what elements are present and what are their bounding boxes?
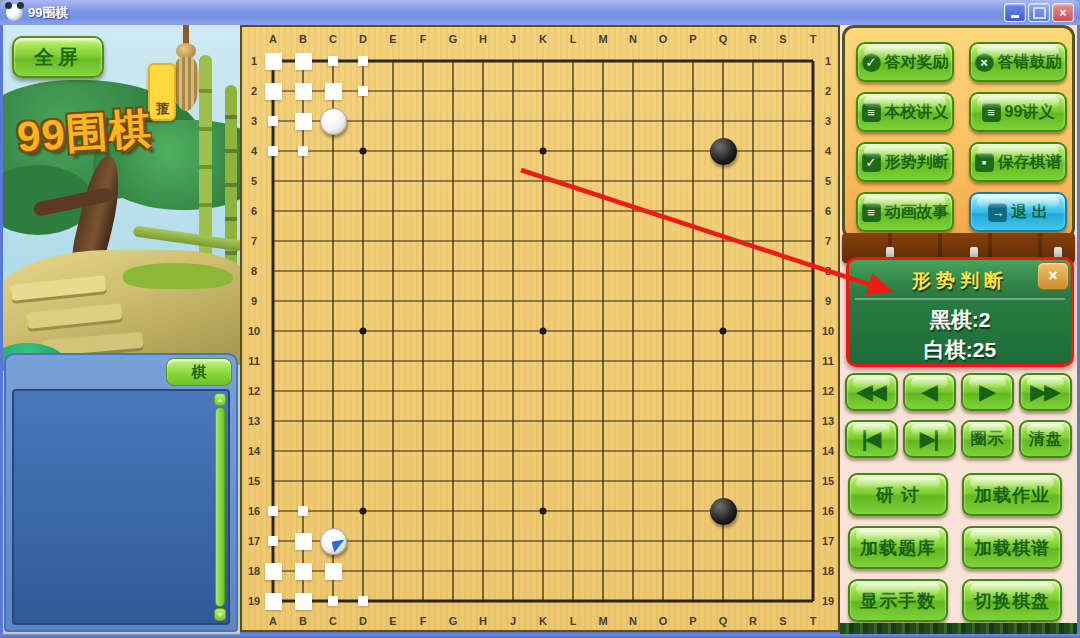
board-cell[interactable]: [528, 526, 558, 556]
board-cell[interactable]: [618, 76, 648, 106]
board-cell[interactable]: [378, 436, 408, 466]
board-cell[interactable]: [798, 286, 828, 316]
menu-button-5[interactable]: ✓形势判断: [856, 142, 954, 182]
board-cell[interactable]: [558, 496, 588, 526]
board-cell[interactable]: [378, 136, 408, 166]
board-cell[interactable]: [588, 466, 618, 496]
board-cell[interactable]: [738, 256, 768, 286]
board-cell[interactable]: [678, 436, 708, 466]
board-cell[interactable]: [318, 316, 348, 346]
board-cell[interactable]: [408, 256, 438, 286]
board-cell[interactable]: [288, 196, 318, 226]
board-cell[interactable]: [378, 166, 408, 196]
board-cell[interactable]: [348, 406, 378, 436]
board-cell[interactable]: [318, 526, 348, 556]
board-cell[interactable]: [648, 406, 678, 436]
board-cell[interactable]: [798, 226, 828, 256]
board-cell[interactable]: [528, 106, 558, 136]
board-cell[interactable]: [438, 76, 468, 106]
board-cell[interactable]: [438, 226, 468, 256]
board-cell[interactable]: [318, 466, 348, 496]
board-cell[interactable]: [708, 196, 738, 226]
board-cell[interactable]: [498, 376, 528, 406]
board-cell[interactable]: [618, 346, 648, 376]
board-cell[interactable]: [558, 76, 588, 106]
board-cell[interactable]: [378, 286, 408, 316]
board-cell[interactable]: [708, 136, 738, 166]
board-cell[interactable]: [468, 346, 498, 376]
load-kifu-button[interactable]: 加载棋谱: [962, 526, 1062, 569]
board-cell[interactable]: [618, 286, 648, 316]
board-cell[interactable]: [768, 496, 798, 526]
board-cell[interactable]: [708, 286, 738, 316]
board-cell[interactable]: [468, 436, 498, 466]
board-cell[interactable]: [258, 226, 288, 256]
board-cell[interactable]: [588, 136, 618, 166]
board-cell[interactable]: [618, 496, 648, 526]
step-backward-button[interactable]: ◀: [903, 373, 956, 411]
board-cell[interactable]: [648, 286, 678, 316]
board-cell[interactable]: [498, 346, 528, 376]
board-cell[interactable]: [348, 136, 378, 166]
board-cell[interactable]: [648, 496, 678, 526]
board-cell[interactable]: [258, 106, 288, 136]
board-cell[interactable]: [468, 226, 498, 256]
list-tab-qi[interactable]: 棋: [166, 358, 232, 386]
board-cell[interactable]: [438, 286, 468, 316]
board-cell[interactable]: [318, 166, 348, 196]
board-cell[interactable]: [588, 256, 618, 286]
board-cell[interactable]: [738, 406, 768, 436]
board-cell[interactable]: [378, 586, 408, 616]
board-cell[interactable]: [738, 166, 768, 196]
board-cell[interactable]: [738, 76, 768, 106]
board-cell[interactable]: [408, 316, 438, 346]
board-cell[interactable]: [378, 406, 408, 436]
board-cell[interactable]: [708, 106, 738, 136]
board-cell[interactable]: [708, 376, 738, 406]
board-cell[interactable]: [738, 466, 768, 496]
board-cell[interactable]: [648, 256, 678, 286]
fast-forward-button[interactable]: ▶▶: [1019, 373, 1072, 411]
board-cell[interactable]: [648, 526, 678, 556]
board-cell[interactable]: [528, 406, 558, 436]
board-cell[interactable]: [618, 526, 648, 556]
board-cell[interactable]: [378, 526, 408, 556]
board-cell[interactable]: [528, 46, 558, 76]
board-cell[interactable]: [618, 436, 648, 466]
board-cell[interactable]: [768, 256, 798, 286]
board-cell[interactable]: [648, 586, 678, 616]
board-cell[interactable]: [528, 346, 558, 376]
clear-board-button[interactable]: 清盘: [1019, 420, 1072, 458]
board-cell[interactable]: [558, 316, 588, 346]
load-homework-button[interactable]: 加载作业: [962, 473, 1062, 516]
board-cell[interactable]: [708, 226, 738, 256]
board-cell[interactable]: [708, 166, 738, 196]
board-cell[interactable]: [468, 376, 498, 406]
first-move-button[interactable]: |◀: [845, 420, 898, 458]
board-cell[interactable]: [438, 376, 468, 406]
board-cell[interactable]: [588, 316, 618, 346]
board-cell[interactable]: [558, 226, 588, 256]
board-cell[interactable]: [438, 256, 468, 286]
board-cell[interactable]: [498, 436, 528, 466]
board-cell[interactable]: [708, 436, 738, 466]
board-cell[interactable]: [738, 286, 768, 316]
board-cell[interactable]: [738, 526, 768, 556]
board-cell[interactable]: [498, 166, 528, 196]
board-cell[interactable]: [408, 136, 438, 166]
board-cell[interactable]: [678, 586, 708, 616]
board-cell[interactable]: [438, 166, 468, 196]
board-cell[interactable]: [438, 586, 468, 616]
board-cell[interactable]: [318, 136, 348, 166]
board-cell[interactable]: [648, 46, 678, 76]
board-cell[interactable]: [468, 256, 498, 286]
board-cell[interactable]: [258, 466, 288, 496]
board-cell[interactable]: [738, 436, 768, 466]
board-cell[interactable]: [468, 196, 498, 226]
board-cell[interactable]: [618, 166, 648, 196]
board-cell[interactable]: [618, 466, 648, 496]
board-cell[interactable]: [378, 466, 408, 496]
board-cell[interactable]: [468, 586, 498, 616]
board-cell[interactable]: [348, 256, 378, 286]
close-button[interactable]: ×: [1052, 3, 1074, 22]
board-cell[interactable]: [498, 316, 528, 346]
scroll-down-icon[interactable]: ▼: [214, 608, 226, 621]
board-cell[interactable]: [618, 196, 648, 226]
board-cell[interactable]: [318, 376, 348, 406]
board-cell[interactable]: [618, 136, 648, 166]
board-cell[interactable]: [408, 106, 438, 136]
board-cell[interactable]: [648, 196, 678, 226]
board-cell[interactable]: [648, 346, 678, 376]
board-cell[interactable]: [678, 46, 708, 76]
board-cell[interactable]: [378, 76, 408, 106]
board-cell[interactable]: [708, 586, 738, 616]
board-cell[interactable]: [588, 586, 618, 616]
board-cell[interactable]: [258, 556, 288, 586]
board-cell[interactable]: [798, 106, 828, 136]
board-cell[interactable]: [558, 436, 588, 466]
board-cell[interactable]: [408, 496, 438, 526]
board-cell[interactable]: [558, 376, 588, 406]
board-cell[interactable]: [558, 556, 588, 586]
board-cell[interactable]: [558, 256, 588, 286]
board-cell[interactable]: [588, 196, 618, 226]
board-cell[interactable]: [348, 526, 378, 556]
board-cell[interactable]: [348, 226, 378, 256]
board-cell[interactable]: [258, 496, 288, 526]
board-cell[interactable]: [318, 256, 348, 286]
scrollbar-thumb[interactable]: [215, 407, 225, 607]
board-cell[interactable]: [618, 46, 648, 76]
board-cell[interactable]: [378, 316, 408, 346]
board-cell[interactable]: [348, 466, 378, 496]
board-cell[interactable]: [708, 466, 738, 496]
board-cell[interactable]: [288, 586, 318, 616]
board-cell[interactable]: [468, 466, 498, 496]
board-cell[interactable]: [678, 106, 708, 136]
board-cell[interactable]: [678, 406, 708, 436]
board-cell[interactable]: [408, 46, 438, 76]
board-cell[interactable]: [498, 466, 528, 496]
board-cell[interactable]: [318, 346, 348, 376]
board-cell[interactable]: [378, 256, 408, 286]
menu-button-1[interactable]: ✓答对奖励: [856, 42, 954, 82]
board-cell[interactable]: [588, 46, 618, 76]
board-cell[interactable]: [438, 496, 468, 526]
menu-button-2[interactable]: ×答错鼓励: [969, 42, 1067, 82]
board-cell[interactable]: [468, 106, 498, 136]
last-move-button[interactable]: ▶|: [903, 420, 956, 458]
board-cell[interactable]: [288, 76, 318, 106]
board-cell[interactable]: [708, 256, 738, 286]
board-cell[interactable]: [498, 226, 528, 256]
board-cell[interactable]: [678, 346, 708, 376]
board-cell[interactable]: [468, 556, 498, 586]
board-cell[interactable]: [738, 106, 768, 136]
board-cell[interactable]: [288, 526, 318, 556]
board-cell[interactable]: [408, 346, 438, 376]
board-cell[interactable]: [738, 136, 768, 166]
board-cell[interactable]: [528, 196, 558, 226]
board-cell[interactable]: [678, 316, 708, 346]
board-cell[interactable]: [558, 406, 588, 436]
board-cell[interactable]: [438, 556, 468, 586]
board-cell[interactable]: [768, 316, 798, 346]
board-cell[interactable]: [348, 346, 378, 376]
board-cell[interactable]: [288, 496, 318, 526]
board-cell[interactable]: [738, 346, 768, 376]
board-cell[interactable]: [408, 466, 438, 496]
switch-board-button[interactable]: 切换棋盘: [962, 579, 1062, 622]
board-cell[interactable]: [558, 586, 588, 616]
board-cell[interactable]: [528, 586, 558, 616]
board-cell[interactable]: [708, 346, 738, 376]
discuss-button[interactable]: 研 讨: [848, 473, 948, 516]
board-cell[interactable]: [528, 376, 558, 406]
board-cell[interactable]: [738, 196, 768, 226]
board-cell[interactable]: [318, 46, 348, 76]
board-cell[interactable]: [498, 136, 528, 166]
board-cell[interactable]: [648, 166, 678, 196]
board-cell[interactable]: [528, 466, 558, 496]
board-cell[interactable]: [348, 586, 378, 616]
board-cell[interactable]: [708, 406, 738, 436]
board-cell[interactable]: [648, 76, 678, 106]
board-cell[interactable]: [738, 226, 768, 256]
board-cell[interactable]: [648, 556, 678, 586]
board-cell[interactable]: [498, 196, 528, 226]
load-problem-set-button[interactable]: 加载题库: [848, 526, 948, 569]
board-cell[interactable]: [348, 286, 378, 316]
board-cell[interactable]: [708, 556, 738, 586]
board-cell[interactable]: [678, 226, 708, 256]
board-cell[interactable]: [588, 496, 618, 526]
board-cell[interactable]: [288, 436, 318, 466]
board-cell[interactable]: [498, 526, 528, 556]
board-cell[interactable]: [438, 136, 468, 166]
board-cell[interactable]: [678, 256, 708, 286]
board-cell[interactable]: [258, 316, 288, 346]
scroll-up-icon[interactable]: ▲: [214, 393, 226, 406]
white-stone[interactable]: [320, 528, 347, 555]
board-cell[interactable]: [288, 346, 318, 376]
board-cell[interactable]: [348, 496, 378, 526]
board-cell[interactable]: [258, 586, 288, 616]
board-cell[interactable]: [798, 196, 828, 226]
board-cell[interactable]: [438, 406, 468, 436]
board-cell[interactable]: [468, 406, 498, 436]
board-cell[interactable]: [738, 586, 768, 616]
board-cell[interactable]: [438, 526, 468, 556]
board-cell[interactable]: [378, 226, 408, 256]
board-cell[interactable]: [408, 376, 438, 406]
board-cell[interactable]: [348, 76, 378, 106]
board-cell[interactable]: [678, 376, 708, 406]
situation-close-button[interactable]: ×: [1037, 262, 1069, 290]
maximize-button[interactable]: [1028, 3, 1050, 22]
board-cell[interactable]: [348, 46, 378, 76]
board-cell[interactable]: [288, 466, 318, 496]
board-cell[interactable]: [708, 496, 738, 526]
board-cell[interactable]: [498, 406, 528, 436]
board-cell[interactable]: [738, 556, 768, 586]
board-cell[interactable]: [588, 76, 618, 106]
board-cell[interactable]: [288, 166, 318, 196]
board-cell[interactable]: [528, 316, 558, 346]
board-cell[interactable]: [288, 376, 318, 406]
board-cell[interactable]: [318, 496, 348, 526]
board-cell[interactable]: [408, 406, 438, 436]
board-cell[interactable]: [438, 316, 468, 346]
board-cell[interactable]: [468, 496, 498, 526]
board-cell[interactable]: [678, 286, 708, 316]
board-cell[interactable]: [408, 166, 438, 196]
board-cell[interactable]: [558, 526, 588, 556]
board-cell[interactable]: [348, 556, 378, 586]
board-cell[interactable]: [288, 106, 318, 136]
board-cell[interactable]: [468, 526, 498, 556]
board-cell[interactable]: [678, 496, 708, 526]
board-cell[interactable]: [348, 376, 378, 406]
board-cell[interactable]: [288, 136, 318, 166]
board-cell[interactable]: [408, 226, 438, 256]
board-cell[interactable]: [468, 166, 498, 196]
board-cell[interactable]: [768, 106, 798, 136]
board-cell[interactable]: [258, 46, 288, 76]
board-cell[interactable]: [258, 166, 288, 196]
board-cell[interactable]: [408, 76, 438, 106]
board-cell[interactable]: [318, 406, 348, 436]
board-cell[interactable]: [678, 196, 708, 226]
board-cell[interactable]: [618, 256, 648, 286]
board-cell[interactable]: [528, 556, 558, 586]
board-cell[interactable]: [318, 196, 348, 226]
menu-button-7[interactable]: ≡动画故事: [856, 192, 954, 232]
board-cell[interactable]: [648, 316, 678, 346]
board-cell[interactable]: [498, 106, 528, 136]
board-cell[interactable]: [678, 166, 708, 196]
scrollbar[interactable]: ▲ ▼: [214, 393, 226, 621]
board-cell[interactable]: [498, 256, 528, 286]
board-cell[interactable]: [558, 196, 588, 226]
board-cell[interactable]: [768, 166, 798, 196]
board-cell[interactable]: [588, 376, 618, 406]
board-cell[interactable]: [618, 406, 648, 436]
board-cell[interactable]: [648, 466, 678, 496]
board-cell[interactable]: [618, 376, 648, 406]
board-cell[interactable]: [768, 376, 798, 406]
board-cell[interactable]: [738, 46, 768, 76]
board-cell[interactable]: [588, 436, 618, 466]
board-cell[interactable]: [618, 106, 648, 136]
board-cell[interactable]: [438, 106, 468, 136]
board-cell[interactable]: [528, 436, 558, 466]
board-cell[interactable]: [258, 136, 288, 166]
board-cell[interactable]: [318, 286, 348, 316]
board-cell[interactable]: [708, 526, 738, 556]
board-cell[interactable]: [528, 286, 558, 316]
board-cell[interactable]: [468, 316, 498, 346]
board-cell[interactable]: [618, 316, 648, 346]
board-cell[interactable]: [558, 466, 588, 496]
board-cell[interactable]: [318, 76, 348, 106]
board-cell[interactable]: [348, 316, 378, 346]
minimize-button[interactable]: [1004, 3, 1026, 22]
board-cell[interactable]: [318, 556, 348, 586]
board-cell[interactable]: [408, 286, 438, 316]
board-cell[interactable]: [288, 556, 318, 586]
board-cell[interactable]: [588, 406, 618, 436]
board-cell[interactable]: [258, 286, 288, 316]
board-cell[interactable]: [558, 286, 588, 316]
board-cell[interactable]: [288, 46, 318, 76]
board-cell[interactable]: [528, 166, 558, 196]
board-cell[interactable]: [768, 406, 798, 436]
board-cell[interactable]: [588, 526, 618, 556]
menu-button-6[interactable]: ▪保存棋谱: [969, 142, 1067, 182]
board-cell[interactable]: [768, 436, 798, 466]
board-cell[interactable]: [288, 406, 318, 436]
board-cell[interactable]: [528, 76, 558, 106]
board-cell[interactable]: [618, 556, 648, 586]
board-cell[interactable]: [588, 346, 618, 376]
board-cell[interactable]: [408, 556, 438, 586]
board-cell[interactable]: [258, 376, 288, 406]
board-cell[interactable]: [588, 286, 618, 316]
board-cell[interactable]: [798, 76, 828, 106]
board-cell[interactable]: [708, 316, 738, 346]
board-cell[interactable]: [498, 46, 528, 76]
board-cell[interactable]: [408, 196, 438, 226]
board-cell[interactable]: [258, 196, 288, 226]
board-cell[interactable]: [498, 496, 528, 526]
fullscreen-button[interactable]: 全屏: [12, 36, 104, 78]
board-cell[interactable]: [618, 226, 648, 256]
board-cell[interactable]: [678, 526, 708, 556]
board-cell[interactable]: [378, 106, 408, 136]
board-cell[interactable]: [678, 466, 708, 496]
board-cell[interactable]: [768, 196, 798, 226]
circle-show-button[interactable]: 圈示: [961, 420, 1014, 458]
board-cell[interactable]: [528, 226, 558, 256]
board-cell[interactable]: [648, 436, 678, 466]
board-cell[interactable]: [348, 166, 378, 196]
